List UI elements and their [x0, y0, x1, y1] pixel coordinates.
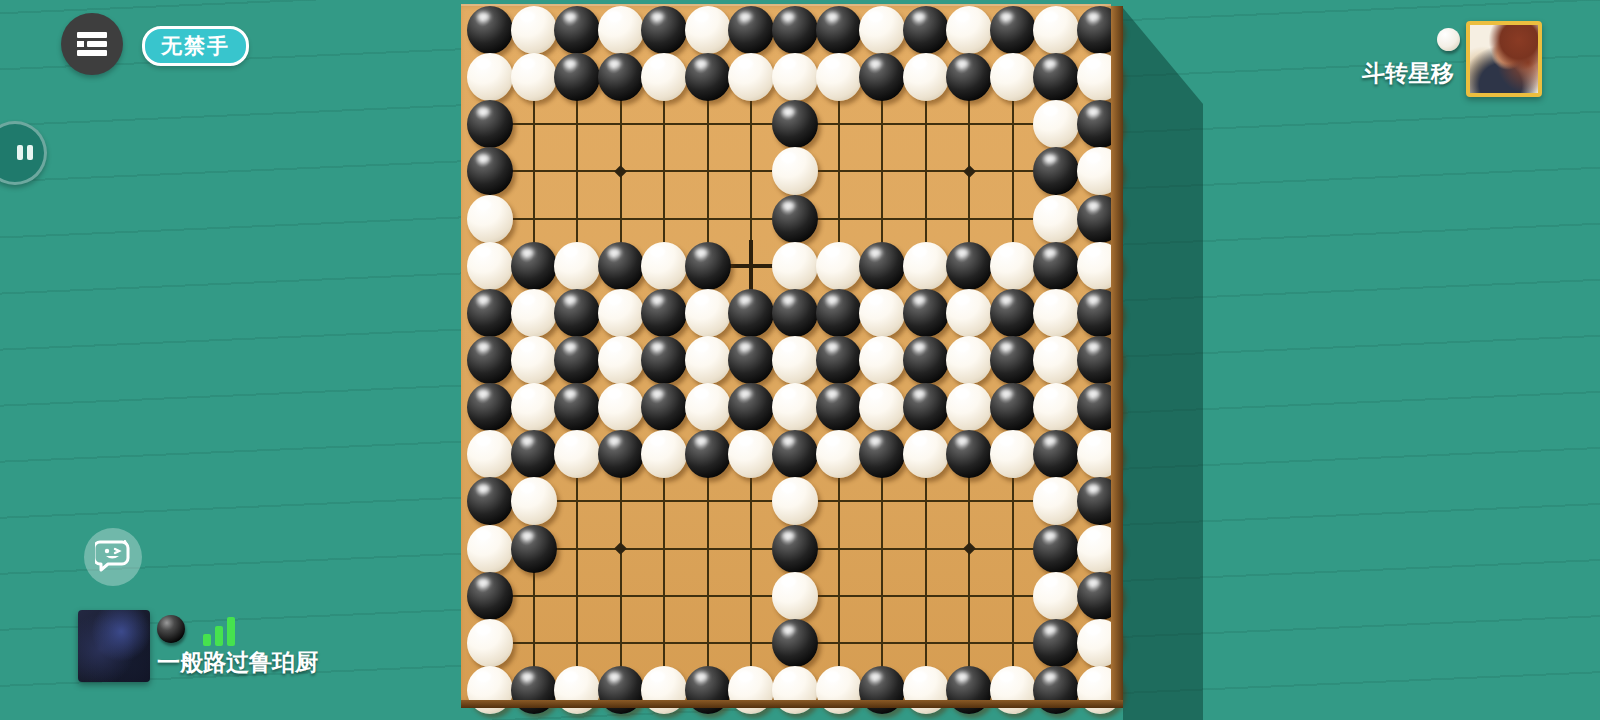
white-stone: [511, 289, 557, 337]
black-stone: [1033, 619, 1079, 667]
board-cast-shadow: [1123, 8, 1203, 720]
white-stone: [641, 53, 687, 101]
white-stone: [554, 430, 600, 478]
white-stone: [990, 242, 1036, 290]
white-stone: [772, 572, 818, 620]
black-stone: [772, 6, 818, 54]
white-stone: [990, 430, 1036, 478]
white-stone: [554, 242, 600, 290]
black-stone: [772, 289, 818, 337]
black-stone: [554, 336, 600, 384]
black-stone: [772, 195, 818, 243]
white-stone: [946, 6, 992, 54]
black-stone: [685, 53, 731, 101]
white-stone: [641, 430, 687, 478]
signal-bar-2: [215, 626, 223, 646]
white-stone: [511, 383, 557, 431]
white-stone: [685, 336, 731, 384]
black-stone: [641, 383, 687, 431]
black-stone-indicator: [157, 615, 185, 643]
black-stone: [467, 147, 513, 195]
player-bottom-avatar[interactable]: [78, 610, 150, 682]
white-stone: [1033, 477, 1079, 525]
white-stone: [467, 195, 513, 243]
white-stone: [859, 6, 905, 54]
white-stone: [598, 336, 644, 384]
black-stone: [903, 6, 949, 54]
black-stone: [990, 289, 1036, 337]
black-stone: [859, 242, 905, 290]
move-marker: [749, 240, 753, 292]
white-stone-indicator: [1437, 28, 1460, 51]
white-stone: [859, 383, 905, 431]
black-stone: [1033, 53, 1079, 101]
white-stone: [685, 6, 731, 54]
black-stone: [467, 6, 513, 54]
black-stone: [685, 430, 731, 478]
white-stone: [772, 147, 818, 195]
black-stone: [772, 525, 818, 573]
black-stone: [946, 53, 992, 101]
white-stone: [903, 53, 949, 101]
white-stone: [1033, 289, 1079, 337]
black-stone: [990, 383, 1036, 431]
white-stone: [685, 383, 731, 431]
black-stone: [467, 289, 513, 337]
black-stone: [903, 336, 949, 384]
black-stone: [990, 6, 1036, 54]
black-stone: [511, 525, 557, 573]
white-stone: [467, 53, 513, 101]
white-stone: [816, 242, 862, 290]
black-stone: [728, 383, 774, 431]
white-stone: [598, 383, 644, 431]
black-stone: [467, 572, 513, 620]
black-stone: [903, 289, 949, 337]
black-stone: [816, 6, 862, 54]
white-stone: [772, 336, 818, 384]
black-stone: [859, 430, 905, 478]
black-stone: [554, 53, 600, 101]
white-stone: [816, 430, 862, 478]
black-stone: [859, 53, 905, 101]
black-stone: [598, 242, 644, 290]
white-stone: [641, 242, 687, 290]
white-stone: [467, 525, 513, 573]
black-stone: [554, 383, 600, 431]
black-stone: [903, 383, 949, 431]
white-stone: [946, 289, 992, 337]
white-stone: [467, 242, 513, 290]
white-stone: [903, 430, 949, 478]
black-stone: [598, 53, 644, 101]
black-stone: [511, 430, 557, 478]
black-stone: [1033, 525, 1079, 573]
avatar-image: [78, 610, 150, 682]
black-stone: [772, 619, 818, 667]
signal-bar-3: [227, 617, 235, 646]
black-stone: [816, 336, 862, 384]
white-stone: [598, 289, 644, 337]
board-edge-bottom: [461, 700, 1123, 708]
black-stone: [816, 383, 862, 431]
player-top-name: 斗转星移: [1362, 58, 1454, 89]
black-stone: [728, 289, 774, 337]
white-stone: [728, 53, 774, 101]
board-edge-right: [1111, 6, 1123, 704]
white-stone: [467, 430, 513, 478]
black-stone: [1033, 430, 1079, 478]
black-stone: [728, 6, 774, 54]
black-stone: [467, 336, 513, 384]
white-stone: [511, 53, 557, 101]
black-stone: [554, 289, 600, 337]
black-stone: [598, 430, 644, 478]
white-stone: [859, 289, 905, 337]
white-stone: [1033, 383, 1079, 431]
white-stone: [772, 53, 818, 101]
white-stone: [598, 6, 644, 54]
white-stone: [1033, 336, 1079, 384]
menu-button[interactable]: [61, 13, 123, 75]
black-stone: [641, 289, 687, 337]
white-stone: [467, 619, 513, 667]
black-stone: [816, 289, 862, 337]
white-stone: [859, 336, 905, 384]
signal-bar-1: [203, 634, 211, 646]
gomoku-board[interactable]: [461, 4, 1111, 702]
black-stone: [946, 430, 992, 478]
star-point: [614, 165, 627, 178]
pause-handle-icon: [17, 145, 23, 160]
black-stone: [641, 6, 687, 54]
white-stone: [1033, 6, 1079, 54]
star-point: [614, 542, 627, 555]
black-stone: [990, 336, 1036, 384]
white-stone: [772, 477, 818, 525]
black-stone: [511, 242, 557, 290]
black-stone: [772, 430, 818, 478]
black-stone: [1033, 147, 1079, 195]
white-stone: [903, 242, 949, 290]
black-stone: [1033, 242, 1079, 290]
white-stone: [511, 336, 557, 384]
black-stone: [554, 6, 600, 54]
black-stone: [685, 242, 731, 290]
white-stone: [511, 477, 557, 525]
white-stone: [772, 383, 818, 431]
black-stone: [467, 100, 513, 148]
avatar-image: [1470, 25, 1538, 93]
white-stone: [772, 242, 818, 290]
white-stone: [1033, 195, 1079, 243]
rule-badge: 无禁手: [142, 26, 249, 66]
white-stone: [990, 53, 1036, 101]
black-stone: [467, 383, 513, 431]
black-stone: [467, 477, 513, 525]
star-point: [963, 542, 976, 555]
star-point: [963, 165, 976, 178]
white-stone: [1033, 572, 1079, 620]
chat-smiley-icon: [95, 540, 131, 574]
white-stone: [816, 53, 862, 101]
hamburger-menu-icon: [77, 32, 107, 38]
player-bottom-name: 一般路过鲁珀厨: [157, 647, 318, 678]
game-background: 无禁手 斗转星移 一般路过鲁珀厨: [0, 0, 1600, 720]
white-stone: [1033, 100, 1079, 148]
player-top-avatar[interactable]: [1466, 21, 1542, 97]
white-stone: [946, 383, 992, 431]
black-stone: [641, 336, 687, 384]
black-stone: [946, 242, 992, 290]
black-stone: [772, 100, 818, 148]
black-stone: [728, 336, 774, 384]
white-stone: [685, 289, 731, 337]
chat-button[interactable]: [84, 528, 142, 586]
white-stone: [728, 430, 774, 478]
white-stone: [511, 6, 557, 54]
white-stone: [946, 336, 992, 384]
